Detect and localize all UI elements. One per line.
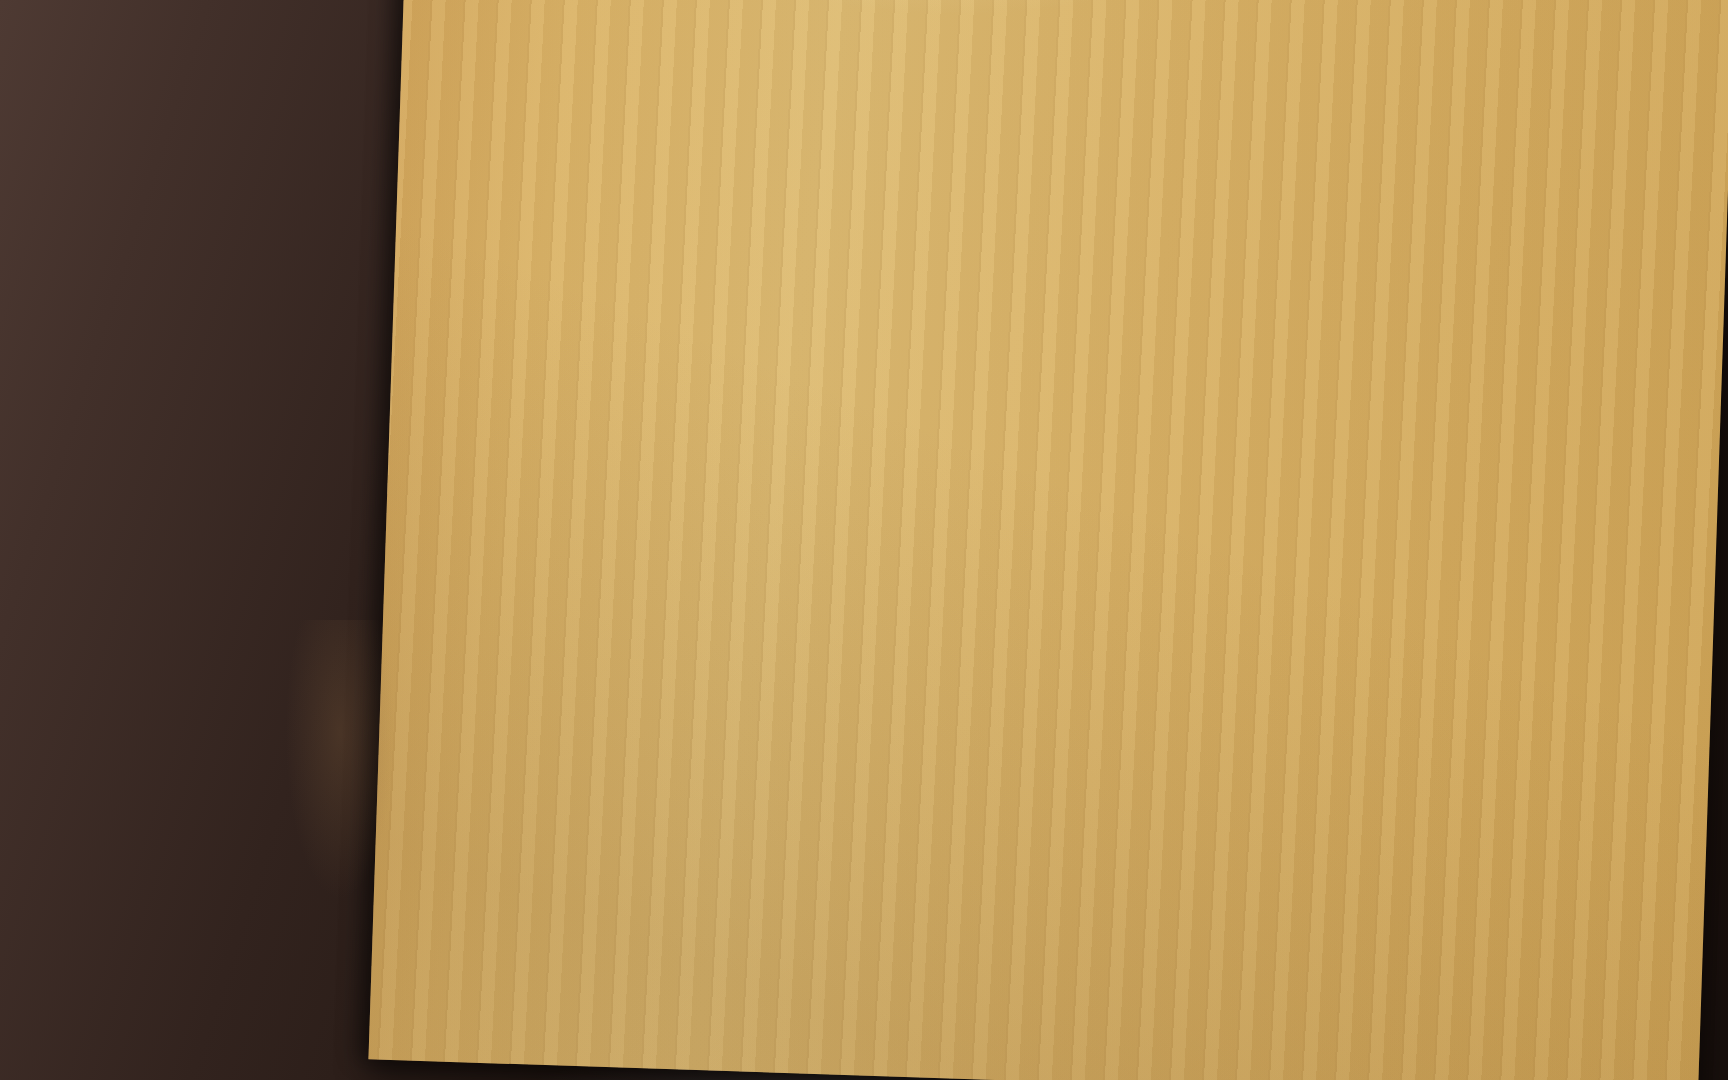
grid-line-horizontal (373, 916, 1562, 958)
go-board (368, 0, 1728, 1080)
photo-scene (0, 0, 1728, 1080)
